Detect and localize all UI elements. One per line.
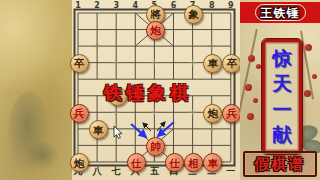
file-number: 五 bbox=[148, 167, 160, 176]
piece-red-兵[interactable]: 兵 bbox=[70, 104, 89, 123]
plum-blossom-icon bbox=[256, 64, 261, 69]
file-number: 9 bbox=[226, 2, 236, 10]
piece-red-帥[interactable]: 帥 bbox=[146, 137, 165, 156]
file-number: 2 bbox=[92, 2, 102, 10]
file-number: 6 bbox=[169, 2, 179, 10]
title-char: 天 bbox=[273, 74, 292, 93]
piece-red-兵[interactable]: 兵 bbox=[222, 104, 241, 123]
piece-red-炮[interactable]: 炮 bbox=[146, 21, 165, 40]
piece-black-車[interactable]: 車 bbox=[89, 120, 108, 139]
piece-black-炮[interactable]: 炮 bbox=[203, 104, 222, 123]
plum-blossom-icon bbox=[304, 90, 311, 97]
title-char: 惊 bbox=[273, 49, 292, 68]
plum-blossom-icon bbox=[312, 74, 317, 79]
plum-branch bbox=[240, 29, 258, 122]
piece-black-卒[interactable]: 卒 bbox=[70, 54, 89, 73]
watermark-text: 铁锤象棋 bbox=[104, 81, 192, 105]
left-decoration-panel bbox=[0, 0, 72, 180]
ink-painting bbox=[26, 140, 60, 170]
plum-blossom-icon bbox=[253, 98, 258, 103]
piece-black-炮[interactable]: 炮 bbox=[70, 153, 89, 172]
right-sidebar: 王铁锤 惊 天 一 献 假棋谱 bbox=[240, 0, 320, 180]
plum-blossom-icon bbox=[305, 44, 312, 51]
file-number: 4 bbox=[130, 2, 140, 10]
author-name: 王铁锤 bbox=[261, 7, 300, 19]
file-number: 1 bbox=[73, 2, 83, 10]
file-number: 8 bbox=[207, 2, 217, 10]
bottom-label: 假棋谱 bbox=[255, 157, 306, 172]
file-number: 七 bbox=[110, 167, 122, 176]
plum-blossom-icon bbox=[248, 55, 255, 62]
plum-blossom-icon bbox=[245, 84, 252, 91]
file-number: 八 bbox=[91, 167, 103, 176]
piece-black-象[interactable]: 象 bbox=[184, 5, 203, 24]
plum-blossom-icon bbox=[247, 113, 254, 120]
video-thumbnail: 123456789 九八七六五四三二一 將象炮卒車卒馬兵炮兵車帥炮仕仕相車 铁锤… bbox=[0, 0, 320, 180]
title-char: 一 bbox=[273, 100, 292, 119]
author-box: 王铁锤 bbox=[255, 4, 306, 21]
file-number: 3 bbox=[111, 2, 121, 10]
title-char: 献 bbox=[273, 125, 292, 144]
title-banner: 惊 天 一 献 bbox=[262, 39, 302, 154]
author-banner: 王铁锤 bbox=[240, 2, 320, 23]
file-number: 一 bbox=[225, 167, 237, 176]
bottom-label-box: 假棋谱 bbox=[243, 151, 317, 177]
